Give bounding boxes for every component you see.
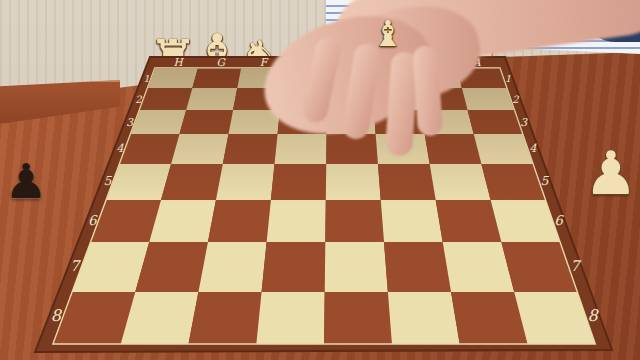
captured-black-pawn-table-left[interactable]: ♟: [4, 157, 47, 205]
rank-label-left-8: 8: [51, 306, 63, 325]
captured-white-bishop-table-behind-board-top[interactable]: ♝: [372, 16, 404, 52]
rank-label-left-1: 1: [143, 73, 149, 84]
rank-label-right-1: 1: [505, 73, 511, 84]
chess-photo-scene: HGFEDCBA1234567812345678 ♜♝♞♜♟♟♟♟♟♟♟♝♞♞♟…: [0, 0, 640, 360]
rank-label-right-8: 8: [588, 306, 600, 325]
rank-label-right-7: 7: [570, 257, 581, 274]
rank-label-right-4: 4: [529, 141, 537, 155]
captured-white-pawn-table-right[interactable]: ♟: [584, 143, 638, 203]
rank-label-left-6: 6: [88, 213, 98, 228]
rank-label-left-7: 7: [70, 257, 81, 274]
rank-label-right-2: 2: [512, 94, 519, 105]
rank-label-right-3: 3: [520, 116, 528, 129]
rank-label-left-2: 2: [135, 94, 142, 105]
rank-label-left-5: 5: [103, 174, 112, 188]
rank-label-left-4: 4: [116, 141, 124, 155]
rank-label-right-6: 6: [554, 213, 564, 228]
rank-label-right-5: 5: [541, 174, 550, 188]
rank-label-left-3: 3: [126, 116, 134, 129]
